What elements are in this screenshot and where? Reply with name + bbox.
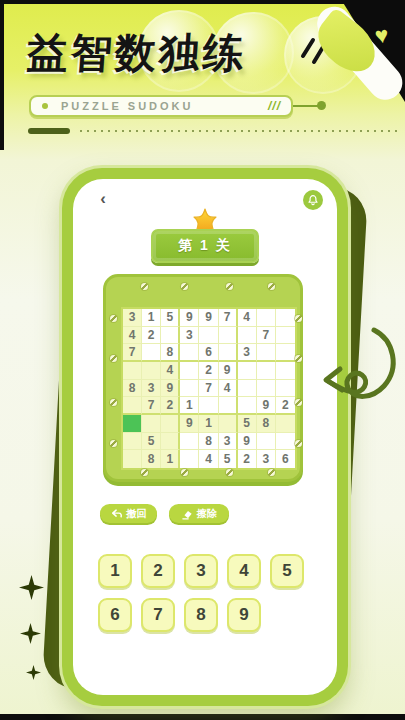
- screw-icon: [295, 355, 302, 362]
- tagline-text: PUZZLE SUDOKU: [61, 100, 194, 112]
- sudoku-cell-r8c1[interactable]: [123, 433, 142, 451]
- sudoku-grid: 3159974423778634298397472192915858398145…: [121, 307, 297, 470]
- sudoku-cell-r5c8[interactable]: [257, 380, 276, 398]
- sudoku-cell-r1c4[interactable]: 9: [180, 309, 199, 327]
- sudoku-cell-r6c6[interactable]: [219, 397, 238, 415]
- sudoku-cell-r5c6[interactable]: 4: [219, 380, 238, 398]
- sudoku-cell-r7c8[interactable]: 8: [257, 415, 276, 433]
- sudoku-cell-r7c9[interactable]: [276, 415, 295, 433]
- screw-icon: [110, 315, 117, 322]
- sudoku-cell-r9c9[interactable]: 6: [276, 450, 295, 468]
- sparkle-star-icon: [26, 665, 41, 680]
- sudoku-cell-r5c5[interactable]: 7: [199, 380, 218, 398]
- numpad-button-2[interactable]: 2: [141, 554, 175, 588]
- bottom-edge-border: [0, 714, 405, 720]
- numpad-button-9[interactable]: 9: [227, 598, 261, 632]
- tagline-end-dot: [317, 101, 326, 110]
- sudoku-cell-r1c5[interactable]: 9: [199, 309, 218, 327]
- sudoku-cell-r8c5[interactable]: 8: [199, 433, 218, 451]
- sudoku-cell-r4c2[interactable]: [142, 362, 161, 380]
- numpad-button-6[interactable]: 6: [98, 598, 132, 632]
- sudoku-cell-r7c3[interactable]: [161, 415, 180, 433]
- sudoku-cell-r3c8[interactable]: [257, 344, 276, 362]
- screw-icon: [141, 469, 148, 476]
- sudoku-cell-r2c4[interactable]: 3: [180, 327, 199, 345]
- sudoku-cell-r8c2[interactable]: 5: [142, 433, 161, 451]
- phone-mockup: ‹ 第 1 关 315997442377863429839: [62, 168, 348, 706]
- screw-icon: [268, 469, 275, 476]
- sudoku-cell-r4c9[interactable]: [276, 362, 295, 380]
- sudoku-cell-r2c3[interactable]: [161, 327, 180, 345]
- erase-button[interactable]: 擦除: [169, 504, 229, 523]
- tagline-bar: PUZZLE SUDOKU ///: [29, 95, 293, 117]
- sudoku-cell-r9c1[interactable]: [123, 450, 142, 468]
- screw-icon: [295, 399, 302, 406]
- sudoku-cell-r3c3[interactable]: 8: [161, 344, 180, 362]
- sudoku-cell-r3c7[interactable]: 3: [238, 344, 257, 362]
- sudoku-cell-r1c7[interactable]: 4: [238, 309, 257, 327]
- sudoku-cell-r1c8[interactable]: [257, 309, 276, 327]
- level-label: 第 1 关: [178, 237, 232, 255]
- sudoku-cell-r2c6[interactable]: [219, 327, 238, 345]
- screw-icon: [110, 355, 117, 362]
- numpad-button-5[interactable]: 5: [270, 554, 304, 588]
- eraser-icon: [181, 508, 193, 520]
- divider-dotted-line: [80, 130, 398, 132]
- left-edge-border: [0, 0, 4, 150]
- sudoku-cell-r5c3[interactable]: 9: [161, 380, 180, 398]
- sudoku-cell-r4c8[interactable]: [257, 362, 276, 380]
- sudoku-cell-r9c2[interactable]: 8: [142, 450, 161, 468]
- sudoku-cell-r1c3[interactable]: 5: [161, 309, 180, 327]
- sudoku-cell-r3c5[interactable]: 6: [199, 344, 218, 362]
- sudoku-cell-r7c4[interactable]: 9: [180, 415, 199, 433]
- sudoku-cell-r8c3[interactable]: [161, 433, 180, 451]
- sudoku-cell-r1c9[interactable]: [276, 309, 295, 327]
- sudoku-cell-r1c2[interactable]: 1: [142, 309, 161, 327]
- undo-button[interactable]: 撤回: [100, 504, 157, 523]
- sudoku-cell-r8c7[interactable]: 9: [238, 433, 257, 451]
- back-button[interactable]: ‹: [93, 189, 113, 209]
- screw-icon: [110, 440, 117, 447]
- numpad-button-4[interactable]: 4: [227, 554, 261, 588]
- sudoku-cell-r4c3[interactable]: 4: [161, 362, 180, 380]
- bullet-dot-icon: [42, 103, 48, 109]
- sudoku-cell-r5c2[interactable]: 3: [142, 380, 161, 398]
- sudoku-cell-r7c1[interactable]: [123, 415, 142, 433]
- numpad-button-1[interactable]: 1: [98, 554, 132, 588]
- screw-icon: [141, 283, 148, 290]
- numpad-button-8[interactable]: 8: [184, 598, 218, 632]
- screw-icon: [181, 469, 188, 476]
- sudoku-cell-r6c3[interactable]: 2: [161, 397, 180, 415]
- sudoku-cell-r5c7[interactable]: [238, 380, 257, 398]
- screw-icon: [226, 469, 233, 476]
- sudoku-cell-r6c7[interactable]: [238, 397, 257, 415]
- sudoku-cell-r8c6[interactable]: 3: [219, 433, 238, 451]
- screw-icon: [268, 283, 275, 290]
- page: 益智数独练 PUZZLE SUDOKU /// ♥ ‹: [0, 0, 405, 720]
- sudoku-cell-r3c6[interactable]: [219, 344, 238, 362]
- numpad-button-7[interactable]: 7: [141, 598, 175, 632]
- sudoku-cell-r3c4[interactable]: [180, 344, 199, 362]
- sudoku-cell-r6c5[interactable]: [199, 397, 218, 415]
- sudoku-cell-r3c9[interactable]: [276, 344, 295, 362]
- sudoku-cell-r2c7[interactable]: [238, 327, 257, 345]
- sudoku-cell-r3c1[interactable]: 7: [123, 344, 142, 362]
- sudoku-cell-r6c4[interactable]: 1: [180, 397, 199, 415]
- sparkle-star-icon: [19, 575, 44, 600]
- sudoku-cell-r2c8[interactable]: 7: [257, 327, 276, 345]
- sudoku-cell-r9c4[interactable]: [180, 450, 199, 468]
- sudoku-cell-r3c2[interactable]: [142, 344, 161, 362]
- slashes-decoration: ///: [268, 99, 281, 113]
- sudoku-cell-r6c2[interactable]: 7: [142, 397, 161, 415]
- screw-icon: [110, 399, 117, 406]
- sudoku-cell-r5c1[interactable]: 8: [123, 380, 142, 398]
- sudoku-cell-r9c7[interactable]: 2: [238, 450, 257, 468]
- app-title: 益智数独练: [25, 26, 249, 81]
- divider-dash: [28, 128, 70, 134]
- sudoku-cell-r5c9[interactable]: [276, 380, 295, 398]
- sudoku-cell-r2c2[interactable]: 2: [142, 327, 161, 345]
- sudoku-cell-r8c4[interactable]: [180, 433, 199, 451]
- screw-icon: [295, 315, 302, 322]
- sudoku-cell-r6c9[interactable]: 2: [276, 397, 295, 415]
- sudoku-board-frame: 3159974423778634298397472192915858398145…: [103, 274, 303, 482]
- sudoku-cell-r9c6[interactable]: 5: [219, 450, 238, 468]
- screw-icon: [295, 440, 302, 447]
- sudoku-cell-r4c6[interactable]: 9: [219, 362, 238, 380]
- tagline-connector-line: [293, 105, 319, 107]
- screw-icon: [181, 283, 188, 290]
- erase-label: 擦除: [197, 507, 217, 521]
- undo-icon: [111, 508, 123, 520]
- sudoku-cell-r4c7[interactable]: [238, 362, 257, 380]
- sudoku-cell-r5c4[interactable]: [180, 380, 199, 398]
- bell-icon: [307, 194, 319, 206]
- sudoku-cell-r7c2[interactable]: [142, 415, 161, 433]
- sudoku-cell-r9c5[interactable]: 4: [199, 450, 218, 468]
- sudoku-cell-r9c3[interactable]: 1: [161, 450, 180, 468]
- sudoku-cell-r6c8[interactable]: 9: [257, 397, 276, 415]
- phone-screen: ‹ 第 1 关 315997442377863429839: [73, 179, 337, 695]
- sudoku-cell-r9c8[interactable]: 3: [257, 450, 276, 468]
- sudoku-cell-r2c1[interactable]: 4: [123, 327, 142, 345]
- sudoku-cell-r7c7[interactable]: 5: [238, 415, 257, 433]
- sudoku-cell-r4c1[interactable]: [123, 362, 142, 380]
- sudoku-cell-r2c5[interactable]: [199, 327, 218, 345]
- screw-icon: [226, 283, 233, 290]
- sparkle-star-icon: [20, 623, 41, 644]
- numpad-button-3[interactable]: 3: [184, 554, 218, 588]
- curly-arrow-doodle-icon: [316, 326, 400, 424]
- sudoku-cell-r4c5[interactable]: 2: [199, 362, 218, 380]
- sudoku-cell-r7c6[interactable]: [219, 415, 238, 433]
- undo-label: 撤回: [127, 507, 147, 521]
- sudoku-cell-r6c1[interactable]: [123, 397, 142, 415]
- sudoku-cell-r7c5[interactable]: 1: [199, 415, 218, 433]
- sudoku-cell-r8c9[interactable]: [276, 433, 295, 451]
- sudoku-cell-r1c1[interactable]: 3: [123, 309, 142, 327]
- sudoku-cell-r4c4[interactable]: [180, 362, 199, 380]
- sudoku-cell-r8c8[interactable]: [257, 433, 276, 451]
- level-banner: 第 1 关: [151, 229, 259, 263]
- notification-bell-button[interactable]: [303, 190, 323, 210]
- sudoku-cell-r1c6[interactable]: 7: [219, 309, 238, 327]
- sudoku-cell-r2c9[interactable]: [276, 327, 295, 345]
